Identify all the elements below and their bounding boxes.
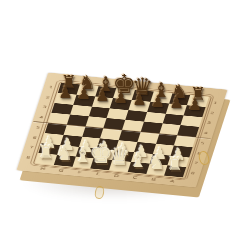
black-pawn: ♟ [114,90,128,106]
black-pawn: ♟ [58,85,72,101]
white-knight: ♞ [56,144,73,163]
black-pawn: ♟ [169,95,183,111]
white-rook: ♜ [167,156,183,174]
product-photo: HGFEDCBA 12345678 12345678 ♜♞♝♚♛♝♞♜♟♟♟♟♟… [0,0,250,250]
black-pawn: ♟ [132,92,146,108]
black-pawn: ♟ [95,88,109,104]
white-knight: ♞ [148,153,165,172]
white-rook: ♜ [38,143,54,161]
white-queen: ♛ [109,145,131,169]
black-pawn: ♟ [151,93,165,109]
white-bishop: ♝ [129,150,147,170]
pieces-layer: ♜♞♝♚♛♝♞♜♟♟♟♟♟♟♟♟♟♟♟♟♟♟♟♟♜♞♝♚♛♝♞♜ [0,0,250,250]
black-pawn: ♟ [77,86,91,102]
black-pawn: ♟ [188,97,202,113]
